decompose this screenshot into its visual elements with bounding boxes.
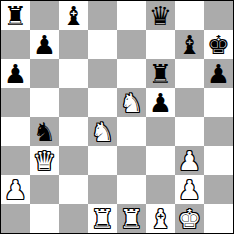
- square-b4[interactable]: ♞: [30, 117, 59, 146]
- white-knight-piece: ♞: [120, 90, 143, 116]
- square-c7[interactable]: [59, 30, 88, 59]
- square-h1[interactable]: [204, 204, 233, 233]
- black-rook-piece: ♜: [149, 61, 172, 87]
- square-e4[interactable]: [117, 117, 146, 146]
- square-g3[interactable]: ♟: [175, 146, 204, 175]
- square-h8[interactable]: [204, 1, 233, 30]
- square-a2[interactable]: ♟: [1, 175, 30, 204]
- square-f3[interactable]: [146, 146, 175, 175]
- square-d2[interactable]: [88, 175, 117, 204]
- square-e3[interactable]: [117, 146, 146, 175]
- square-g1[interactable]: ♚: [175, 204, 204, 233]
- square-g8[interactable]: [175, 1, 204, 30]
- square-f2[interactable]: [146, 175, 175, 204]
- square-c1[interactable]: [59, 204, 88, 233]
- black-knight-piece: ♞: [33, 119, 56, 145]
- square-c3[interactable]: [59, 146, 88, 175]
- square-c6[interactable]: [59, 59, 88, 88]
- white-king-piece: ♚: [178, 206, 201, 232]
- square-e5[interactable]: ♞: [117, 88, 146, 117]
- square-h6[interactable]: ♟: [204, 59, 233, 88]
- black-bishop-piece: ♝: [178, 32, 201, 58]
- square-c4[interactable]: [59, 117, 88, 146]
- white-rook-piece: ♜: [120, 206, 143, 232]
- black-pawn-piece: ♟: [207, 61, 230, 87]
- square-a6[interactable]: ♟: [1, 59, 30, 88]
- chess-diagram: ♜♝♛♟♝♚♟♜♟♞♟♞♞♛♟♟♟♜♜♝♚: [0, 0, 234, 234]
- black-pawn-piece: ♟: [33, 32, 56, 58]
- square-b6[interactable]: [30, 59, 59, 88]
- square-d6[interactable]: [88, 59, 117, 88]
- square-b5[interactable]: [30, 88, 59, 117]
- square-b7[interactable]: ♟: [30, 30, 59, 59]
- square-d3[interactable]: [88, 146, 117, 175]
- chess-board: ♜♝♛♟♝♚♟♜♟♞♟♞♞♛♟♟♟♜♜♝♚: [0, 0, 234, 234]
- square-g4[interactable]: [175, 117, 204, 146]
- square-a5[interactable]: [1, 88, 30, 117]
- square-b2[interactable]: [30, 175, 59, 204]
- square-d8[interactable]: [88, 1, 117, 30]
- black-king-piece: ♚: [207, 32, 230, 58]
- black-pawn-piece: ♟: [149, 90, 172, 116]
- square-b1[interactable]: [30, 204, 59, 233]
- square-h3[interactable]: [204, 146, 233, 175]
- square-d5[interactable]: [88, 88, 117, 117]
- square-h2[interactable]: [204, 175, 233, 204]
- square-f6[interactable]: ♜: [146, 59, 175, 88]
- white-rook-piece: ♜: [91, 206, 114, 232]
- square-c8[interactable]: ♝: [59, 1, 88, 30]
- white-pawn-piece: ♟: [178, 148, 201, 174]
- black-pawn-piece: ♟: [4, 61, 27, 87]
- square-b8[interactable]: [30, 1, 59, 30]
- square-e1[interactable]: ♜: [117, 204, 146, 233]
- square-a4[interactable]: [1, 117, 30, 146]
- square-f1[interactable]: ♝: [146, 204, 175, 233]
- square-a1[interactable]: [1, 204, 30, 233]
- black-queen-piece: ♛: [149, 3, 172, 29]
- square-e7[interactable]: [117, 30, 146, 59]
- square-f5[interactable]: ♟: [146, 88, 175, 117]
- square-c5[interactable]: [59, 88, 88, 117]
- black-rook-piece: ♜: [4, 3, 27, 29]
- square-h5[interactable]: [204, 88, 233, 117]
- white-queen-piece: ♛: [33, 148, 56, 174]
- square-f8[interactable]: ♛: [146, 1, 175, 30]
- square-h4[interactable]: [204, 117, 233, 146]
- square-a3[interactable]: [1, 146, 30, 175]
- square-h7[interactable]: ♚: [204, 30, 233, 59]
- square-g7[interactable]: ♝: [175, 30, 204, 59]
- white-pawn-piece: ♟: [4, 177, 27, 203]
- white-knight-piece: ♞: [91, 119, 114, 145]
- square-d4[interactable]: ♞: [88, 117, 117, 146]
- black-bishop-piece: ♝: [62, 3, 85, 29]
- square-f4[interactable]: [146, 117, 175, 146]
- square-a7[interactable]: [1, 30, 30, 59]
- square-g2[interactable]: ♟: [175, 175, 204, 204]
- square-e8[interactable]: [117, 1, 146, 30]
- square-a8[interactable]: ♜: [1, 1, 30, 30]
- square-c2[interactable]: [59, 175, 88, 204]
- square-b3[interactable]: ♛: [30, 146, 59, 175]
- square-g5[interactable]: [175, 88, 204, 117]
- square-f7[interactable]: [146, 30, 175, 59]
- white-pawn-piece: ♟: [178, 177, 201, 203]
- square-d7[interactable]: [88, 30, 117, 59]
- square-d1[interactable]: ♜: [88, 204, 117, 233]
- square-g6[interactable]: [175, 59, 204, 88]
- square-e2[interactable]: [117, 175, 146, 204]
- square-e6[interactable]: [117, 59, 146, 88]
- white-bishop-piece: ♝: [149, 206, 172, 232]
